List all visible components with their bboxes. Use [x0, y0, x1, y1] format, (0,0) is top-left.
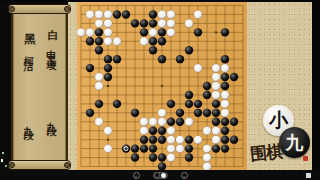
prev-move-button[interactable]: ‹	[133, 172, 140, 179]
sand-strip-left	[68, 2, 77, 170]
white-player-name: 申旻埈	[44, 42, 58, 57]
logo-red-seal	[303, 156, 308, 161]
white-stone-icon	[161, 173, 166, 178]
black-player-rank: 九段	[21, 118, 35, 126]
corner-watermark	[5, 165, 7, 167]
move-counter-left: ···	[143, 173, 150, 178]
scroll-top-cap	[8, 4, 71, 14]
move-counter-right: ···	[171, 173, 178, 178]
broadcast-frame: 白 申旻埈 九段 黑 柯洁 九段 小 九 围棋 ‹ ··· ··· ›	[0, 0, 320, 180]
next-move-button[interactable]: ›	[181, 172, 188, 179]
black-stone-icon	[154, 172, 160, 178]
player-scroll-banner: 白 申旻埈 九段 黑 柯洁 九段	[11, 8, 68, 166]
bottom-control-bar: ‹ ··· ··· ›	[0, 170, 320, 180]
go-board-svg	[77, 2, 247, 170]
black-player-name: 柯洁	[21, 48, 35, 58]
go-board[interactable]	[77, 2, 247, 170]
white-player-rank: 九段	[44, 114, 58, 122]
corner-watermark	[2, 152, 4, 154]
scroll-bottom-cap	[8, 160, 71, 170]
right-letterbox	[312, 0, 320, 180]
square-icon[interactable]	[306, 173, 311, 178]
stone-color-toggle[interactable]	[153, 172, 168, 179]
corner-watermark	[1, 159, 3, 162]
